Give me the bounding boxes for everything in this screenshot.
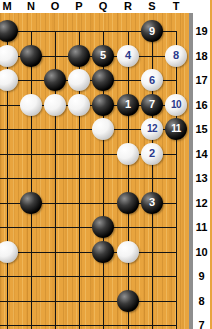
row-label-12: 12 — [193, 196, 210, 210]
go-stone-white-R14 — [117, 143, 139, 165]
col-label-O: O — [47, 0, 63, 13]
col-label-T: T — [168, 0, 184, 13]
grid-vline-T — [176, 31, 177, 329]
go-stone-black-Q17 — [92, 69, 114, 91]
grid-vline-R — [128, 31, 129, 329]
go-stone-white-Q15 — [92, 118, 114, 140]
row-label-7: 7 — [193, 318, 210, 329]
go-stone-white-R10 — [117, 241, 139, 263]
row-label-15: 15 — [193, 122, 210, 136]
col-label-Q: Q — [95, 0, 111, 13]
row-label-16: 16 — [193, 98, 210, 112]
go-stone-black-Q18: 5 — [92, 45, 114, 67]
go-stone-white-N16 — [20, 94, 42, 116]
row-label-13: 13 — [193, 171, 210, 185]
row-label-9: 9 — [193, 269, 210, 283]
grid-hline-7 — [0, 325, 177, 326]
go-stone-white-S14: 2 — [141, 143, 163, 165]
row-label-14: 14 — [193, 147, 210, 161]
grid-hline-13 — [0, 178, 177, 179]
go-stone-white-P16 — [68, 94, 90, 116]
go-stone-black-R8 — [117, 290, 139, 312]
go-stone-white-S17: 6 — [141, 69, 163, 91]
go-stone-white-M18 — [0, 45, 18, 67]
go-stone-black-S12: 3 — [141, 192, 163, 214]
go-stone-black-Q11 — [92, 216, 114, 238]
go-stone-white-S15: 12 — [141, 118, 163, 140]
go-stone-white-R18: 4 — [117, 45, 139, 67]
col-label-S: S — [144, 0, 160, 13]
col-label-P: P — [71, 0, 87, 13]
row-label-8: 8 — [193, 294, 210, 308]
go-stone-black-P18 — [68, 45, 90, 67]
col-label-N: N — [23, 0, 39, 13]
go-stone-black-R12 — [117, 192, 139, 214]
grid-hline-9 — [0, 276, 177, 277]
go-stone-black-R16: 1 — [117, 94, 139, 116]
go-stone-black-T15: 11 — [165, 118, 187, 140]
go-stone-white-T18: 8 — [165, 45, 187, 67]
go-stone-black-S16: 7 — [141, 94, 163, 116]
go-board[interactable]: 954861710121123 — [0, 13, 189, 329]
row-label-17: 17 — [193, 73, 210, 87]
go-stone-white-T16: 10 — [165, 94, 187, 116]
row-label-10: 10 — [193, 245, 210, 259]
go-stone-white-O16 — [44, 94, 66, 116]
grid-hline-10 — [0, 252, 177, 253]
right-edge-strip — [210, 0, 212, 329]
grid-hline-8 — [0, 301, 177, 302]
go-diagram: MNOPQRST 954861710121123 191817161514131… — [0, 0, 212, 329]
go-stone-black-Q16 — [92, 94, 114, 116]
go-stone-black-M19 — [0, 20, 18, 42]
row-label-19: 19 — [193, 24, 210, 38]
row-label-18: 18 — [193, 49, 210, 63]
row-label-11: 11 — [193, 220, 210, 234]
go-stone-black-S19: 9 — [141, 20, 163, 42]
col-label-R: R — [120, 0, 136, 13]
go-stone-black-O17 — [44, 69, 66, 91]
go-stone-black-N12 — [20, 192, 42, 214]
go-stone-white-M17 — [0, 69, 18, 91]
go-stone-white-M10 — [0, 241, 18, 263]
grid-vline-N — [31, 31, 32, 329]
grid-hline-11 — [0, 227, 177, 228]
go-stone-black-Q10 — [92, 241, 114, 263]
go-stone-white-P17 — [68, 69, 90, 91]
go-stone-black-N18 — [20, 45, 42, 67]
col-label-M: M — [0, 0, 15, 13]
